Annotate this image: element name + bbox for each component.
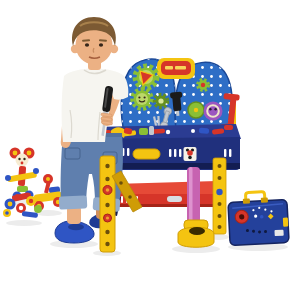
case-label xyxy=(274,230,283,236)
cartoon-sticker xyxy=(184,147,197,161)
leg-hole xyxy=(218,202,222,206)
scene-svg xyxy=(0,0,290,290)
toy-hub xyxy=(29,199,33,203)
leg-hole xyxy=(218,164,222,168)
case-latch xyxy=(283,217,288,226)
toy-tool xyxy=(199,128,209,134)
vent-slot xyxy=(174,149,176,157)
leg-screw-center xyxy=(106,188,110,192)
toy-hand xyxy=(5,175,11,181)
leg-hole xyxy=(105,203,109,207)
case-hinge xyxy=(261,197,268,202)
gear-inner xyxy=(158,98,163,103)
toy-eye xyxy=(18,158,20,160)
leg-hole xyxy=(105,242,109,246)
toy-hub xyxy=(8,202,13,207)
leg-strip xyxy=(213,158,226,234)
toy-eye xyxy=(23,158,25,160)
toy-hub xyxy=(13,151,18,156)
toy-tool xyxy=(224,125,233,130)
vent-slot xyxy=(127,148,129,156)
toy-wheel xyxy=(34,205,42,213)
green-disc xyxy=(188,102,204,118)
leg-screw-center xyxy=(106,216,109,219)
product-photo xyxy=(0,0,290,290)
toy-hub xyxy=(46,177,50,181)
vent-slot xyxy=(169,149,171,157)
leg-hole xyxy=(218,214,222,218)
leg-screw-blue xyxy=(216,189,222,195)
shoe-left-opening xyxy=(68,224,84,230)
toy-hammer-head xyxy=(149,126,154,135)
vent-slot xyxy=(224,149,226,157)
toy-nose xyxy=(21,162,24,165)
toy-part xyxy=(191,129,195,133)
hand-grip xyxy=(101,113,113,126)
toy-hips xyxy=(17,186,28,192)
shadow xyxy=(6,220,42,226)
smiley-eye xyxy=(144,96,146,98)
smiley-eye xyxy=(138,96,140,98)
brace-hole xyxy=(128,195,132,199)
toy-hub xyxy=(5,211,9,215)
toy-face xyxy=(16,154,29,167)
sticker-face xyxy=(187,150,193,156)
eye xyxy=(85,43,89,46)
eye xyxy=(99,43,103,46)
foot-recess xyxy=(189,227,205,235)
toy-hand xyxy=(33,168,39,174)
gear-inner xyxy=(201,83,205,87)
shelf-slot xyxy=(121,196,123,203)
leg-hole xyxy=(218,176,222,180)
leg-hole xyxy=(105,230,109,234)
vent-slot xyxy=(229,149,231,157)
toy-tool xyxy=(139,128,148,135)
toy-hub xyxy=(19,206,23,210)
shelf-bottom-edge xyxy=(107,204,223,207)
vent-slot xyxy=(179,149,181,157)
sticker-body xyxy=(188,156,192,160)
leg-hole xyxy=(105,164,109,168)
case-hinge xyxy=(243,198,250,203)
brace-hole xyxy=(119,181,123,185)
logo-text-mark xyxy=(175,66,186,70)
drawer-handle xyxy=(133,149,160,159)
toy-part xyxy=(166,130,170,134)
shorts-cuff xyxy=(59,195,88,209)
logo-badge xyxy=(157,58,195,79)
disc-eye xyxy=(209,108,211,110)
disc-hub xyxy=(194,108,198,112)
drill-chuck xyxy=(176,111,179,116)
drill-grip xyxy=(172,95,181,112)
logo-text-mark xyxy=(165,66,173,70)
purple-disc xyxy=(204,102,223,121)
shelf-latch xyxy=(167,196,182,202)
leg-strip-right xyxy=(213,158,226,234)
leg-hole xyxy=(218,225,222,229)
leg-hole xyxy=(105,177,109,181)
gear-inner xyxy=(136,93,148,105)
disc-eye xyxy=(214,108,216,110)
toy-hub xyxy=(27,151,32,156)
